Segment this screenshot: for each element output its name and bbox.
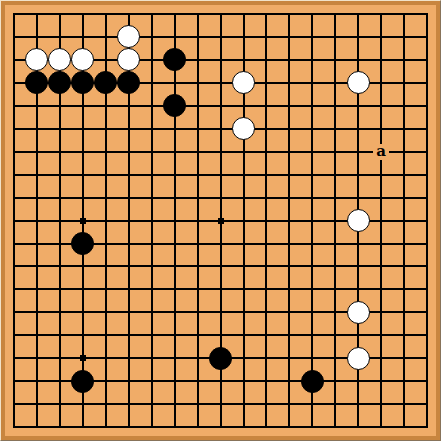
- white-stone: [347, 71, 370, 94]
- white-stone: [48, 48, 71, 71]
- white-stone: [117, 48, 140, 71]
- black-stone: [71, 370, 94, 393]
- black-stone: [94, 71, 117, 94]
- grid-line-v: [380, 13, 382, 428]
- grid-line-h: [13, 403, 428, 405]
- grid-line-v: [288, 13, 290, 428]
- white-stone: [347, 347, 370, 370]
- grid-line-h: [13, 334, 428, 336]
- grid-line-h: [13, 426, 428, 428]
- white-stone: [25, 48, 48, 71]
- white-stone: [71, 48, 94, 71]
- black-stone: [117, 71, 140, 94]
- black-stone: [25, 71, 48, 94]
- white-stone: [232, 117, 255, 140]
- white-stone: [347, 301, 370, 324]
- black-stone: [209, 347, 232, 370]
- star-point: [80, 355, 86, 361]
- black-stone: [301, 370, 324, 393]
- grid-line-v: [311, 13, 313, 428]
- grid-line-v: [265, 13, 267, 428]
- black-stone: [71, 71, 94, 94]
- black-stone: [71, 232, 94, 255]
- go-diagram: a: [0, 0, 441, 441]
- white-stone: [117, 25, 140, 48]
- point-label-a: a: [373, 144, 389, 160]
- white-stone: [232, 71, 255, 94]
- grid-line-v: [334, 13, 336, 428]
- black-stone: [163, 94, 186, 117]
- go-board: a: [1, 1, 440, 440]
- star-point: [80, 218, 86, 224]
- grid-line-v: [426, 13, 428, 428]
- grid-line-h: [13, 265, 428, 267]
- star-point: [218, 218, 224, 224]
- black-stone: [163, 48, 186, 71]
- black-stone: [48, 71, 71, 94]
- grid-line-v: [403, 13, 405, 428]
- grid-line-h: [13, 288, 428, 290]
- white-stone: [347, 209, 370, 232]
